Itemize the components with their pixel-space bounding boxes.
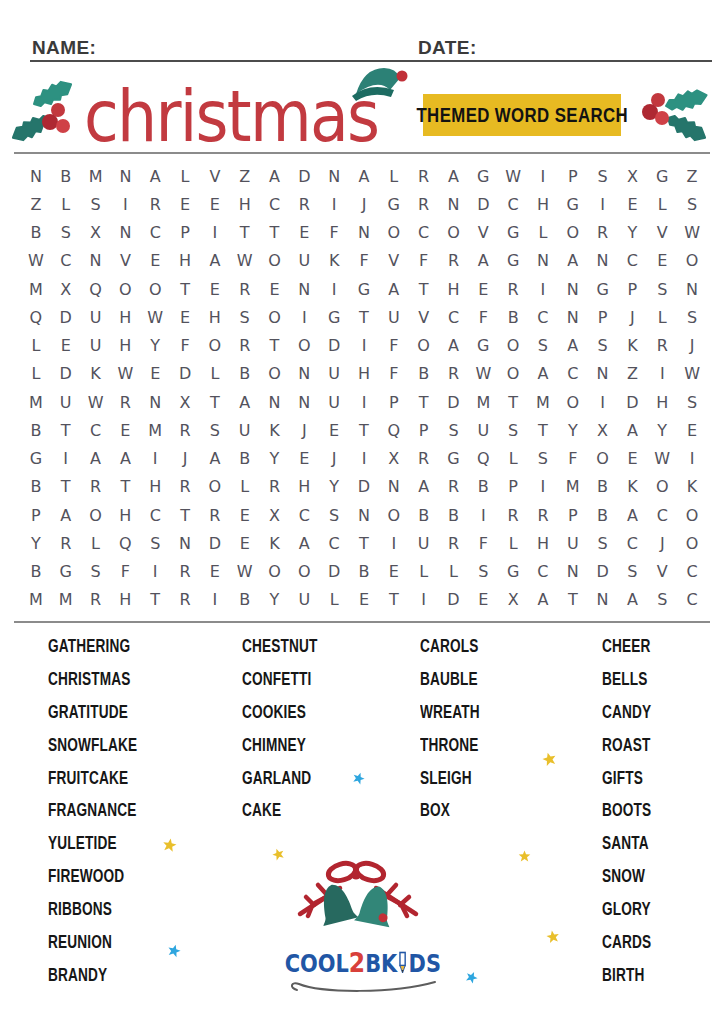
grid-cell-r9c10[interactable]: N [289, 388, 319, 416]
grid-cell-r2c13[interactable]: G [379, 190, 409, 218]
grid-cell-r8c10[interactable]: N [289, 360, 319, 388]
grid-cell-r13c7[interactable]: R [200, 501, 230, 529]
grid-cell-r11c19[interactable]: F [558, 445, 588, 473]
grid-cell-r6c2[interactable]: D [51, 303, 81, 331]
grid-cell-r8c12[interactable]: H [349, 360, 379, 388]
grid-cell-r2c23[interactable]: S [677, 190, 707, 218]
grid-cell-r6c18[interactable]: C [528, 303, 558, 331]
grid-cell-r11c18[interactable]: S [528, 445, 558, 473]
grid-cell-r12c23[interactable]: K [677, 473, 707, 501]
grid-cell-r3c23[interactable]: W [677, 219, 707, 247]
grid-cell-r13c18[interactable]: R [528, 501, 558, 529]
grid-cell-r7c6[interactable]: F [170, 332, 200, 360]
grid-cell-r5c15[interactable]: H [439, 275, 469, 303]
grid-cell-r14c9[interactable]: K [260, 529, 290, 557]
grid-cell-r16c21[interactable]: A [618, 586, 648, 614]
grid-cell-r10c23[interactable]: E [677, 416, 707, 444]
grid-cell-r4c12[interactable]: F [349, 247, 379, 275]
grid-cell-r9c7[interactable]: T [200, 388, 230, 416]
grid-cell-r15c22[interactable]: V [647, 558, 677, 586]
grid-cell-r8c22[interactable]: I [647, 360, 677, 388]
grid-cell-r8c15[interactable]: R [439, 360, 469, 388]
grid-cell-r10c1[interactable]: B [21, 416, 51, 444]
grid-cell-r6c12[interactable]: T [349, 303, 379, 331]
grid-cell-r13c6[interactable]: T [170, 501, 200, 529]
grid-cell-r13c17[interactable]: R [498, 501, 528, 529]
grid-cell-r16c20[interactable]: N [588, 586, 618, 614]
grid-cell-r15c14[interactable]: L [409, 558, 439, 586]
grid-cell-r12c2[interactable]: T [51, 473, 81, 501]
grid-cell-r12c22[interactable]: O [647, 473, 677, 501]
grid-cell-r6c23[interactable]: S [677, 303, 707, 331]
grid-cell-r1c23[interactable]: Z [677, 162, 707, 190]
grid-cell-r8c23[interactable]: W [677, 360, 707, 388]
grid-cell-r9c18[interactable]: M [528, 388, 558, 416]
grid-cell-r12c7[interactable]: O [200, 473, 230, 501]
grid-cell-r14c12[interactable]: T [349, 529, 379, 557]
grid-cell-r12c15[interactable]: R [439, 473, 469, 501]
grid-cell-r2c3[interactable]: S [81, 190, 111, 218]
grid-cell-r2c2[interactable]: L [51, 190, 81, 218]
grid-cell-r8c14[interactable]: B [409, 360, 439, 388]
grid-cell-r9c22[interactable]: H [647, 388, 677, 416]
grid-cell-r5c14[interactable]: T [409, 275, 439, 303]
grid-cell-r4c23[interactable]: O [677, 247, 707, 275]
grid-cell-r9c20[interactable]: I [588, 388, 618, 416]
grid-cell-r10c12[interactable]: T [349, 416, 379, 444]
grid-cell-r1c4[interactable]: N [110, 162, 140, 190]
grid-cell-r1c6[interactable]: L [170, 162, 200, 190]
grid-cell-r1c2[interactable]: B [51, 162, 81, 190]
grid-cell-r5c12[interactable]: G [349, 275, 379, 303]
grid-cell-r13c9[interactable]: X [260, 501, 290, 529]
grid-cell-r14c7[interactable]: D [200, 529, 230, 557]
grid-cell-r9c1[interactable]: M [21, 388, 51, 416]
grid-cell-r16c22[interactable]: S [647, 586, 677, 614]
grid-cell-r11c10[interactable]: E [289, 445, 319, 473]
grid-cell-r3c8[interactable]: T [230, 219, 260, 247]
grid-cell-r12c11[interactable]: Y [319, 473, 349, 501]
grid-cell-r2c1[interactable]: Z [21, 190, 51, 218]
grid-cell-r13c20[interactable]: B [588, 501, 618, 529]
grid-cell-r16c19[interactable]: T [558, 586, 588, 614]
grid-cell-r2c12[interactable]: J [349, 190, 379, 218]
grid-cell-r7c3[interactable]: U [81, 332, 111, 360]
grid-cell-r6c22[interactable]: L [647, 303, 677, 331]
grid-cell-r3c13[interactable]: O [379, 219, 409, 247]
grid-cell-r10c15[interactable]: S [439, 416, 469, 444]
grid-cell-r6c19[interactable]: N [558, 303, 588, 331]
grid-cell-r9c3[interactable]: W [81, 388, 111, 416]
grid-cell-r11c20[interactable]: O [588, 445, 618, 473]
grid-cell-r1c1[interactable]: N [21, 162, 51, 190]
grid-cell-r12c5[interactable]: H [140, 473, 170, 501]
grid-cell-r9c2[interactable]: U [51, 388, 81, 416]
grid-cell-r5c5[interactable]: O [140, 275, 170, 303]
grid-cell-r5c6[interactable]: T [170, 275, 200, 303]
grid-cell-r16c6[interactable]: R [170, 586, 200, 614]
grid-cell-r15c23[interactable]: C [677, 558, 707, 586]
grid-cell-r16c15[interactable]: D [439, 586, 469, 614]
grid-cell-r9c21[interactable]: D [618, 388, 648, 416]
grid-cell-r2c18[interactable]: H [528, 190, 558, 218]
grid-cell-r9c17[interactable]: T [498, 388, 528, 416]
grid-cell-r10c4[interactable]: E [110, 416, 140, 444]
grid-cell-r7c5[interactable]: Y [140, 332, 170, 360]
grid-cell-r3c14[interactable]: C [409, 219, 439, 247]
grid-cell-r11c17[interactable]: L [498, 445, 528, 473]
grid-cell-r2c4[interactable]: I [110, 190, 140, 218]
grid-cell-r16c12[interactable]: E [349, 586, 379, 614]
grid-cell-r8c18[interactable]: A [528, 360, 558, 388]
grid-cell-r1c11[interactable]: N [319, 162, 349, 190]
grid-cell-r6c20[interactable]: P [588, 303, 618, 331]
grid-cell-r1c7[interactable]: V [200, 162, 230, 190]
grid-cell-r12c12[interactable]: D [349, 473, 379, 501]
grid-cell-r14c16[interactable]: F [468, 529, 498, 557]
grid-cell-r4c2[interactable]: C [51, 247, 81, 275]
grid-cell-r16c1[interactable]: M [21, 586, 51, 614]
grid-cell-r13c10[interactable]: C [289, 501, 319, 529]
grid-cell-r15c5[interactable]: I [140, 558, 170, 586]
grid-cell-r14c17[interactable]: L [498, 529, 528, 557]
grid-cell-r13c14[interactable]: B [409, 501, 439, 529]
grid-cell-r10c20[interactable]: X [588, 416, 618, 444]
grid-cell-r4c7[interactable]: A [200, 247, 230, 275]
grid-cell-r4c1[interactable]: W [21, 247, 51, 275]
grid-cell-r3c3[interactable]: X [81, 219, 111, 247]
grid-cell-r9c9[interactable]: N [260, 388, 290, 416]
grid-cell-r10c22[interactable]: Y [647, 416, 677, 444]
grid-cell-r13c16[interactable]: I [468, 501, 498, 529]
grid-cell-r4c18[interactable]: N [528, 247, 558, 275]
grid-cell-r2c9[interactable]: C [260, 190, 290, 218]
grid-cell-r3c2[interactable]: S [51, 219, 81, 247]
grid-cell-r15c17[interactable]: G [498, 558, 528, 586]
grid-cell-r4c14[interactable]: F [409, 247, 439, 275]
grid-cell-r11c3[interactable]: A [81, 445, 111, 473]
grid-cell-r3c18[interactable]: L [528, 219, 558, 247]
grid-cell-r3c16[interactable]: V [468, 219, 498, 247]
grid-cell-r8c16[interactable]: W [468, 360, 498, 388]
grid-cell-r6c5[interactable]: W [140, 303, 170, 331]
grid-cell-r3c20[interactable]: R [588, 219, 618, 247]
grid-cell-r4c15[interactable]: R [439, 247, 469, 275]
grid-cell-r9c19[interactable]: O [558, 388, 588, 416]
grid-cell-r5c8[interactable]: R [230, 275, 260, 303]
grid-cell-r3c19[interactable]: O [558, 219, 588, 247]
grid-cell-r12c6[interactable]: R [170, 473, 200, 501]
grid-cell-r4c13[interactable]: V [379, 247, 409, 275]
grid-cell-r16c17[interactable]: X [498, 586, 528, 614]
grid-cell-r2c16[interactable]: D [468, 190, 498, 218]
grid-cell-r7c15[interactable]: A [439, 332, 469, 360]
grid-cell-r2c21[interactable]: E [618, 190, 648, 218]
grid-cell-r16c14[interactable]: I [409, 586, 439, 614]
grid-cell-r3c1[interactable]: B [21, 219, 51, 247]
grid-cell-r10c5[interactable]: M [140, 416, 170, 444]
grid-cell-r11c7[interactable]: A [200, 445, 230, 473]
grid-cell-r9c12[interactable]: I [349, 388, 379, 416]
grid-cell-r1c12[interactable]: A [349, 162, 379, 190]
grid-cell-r3c21[interactable]: Y [618, 219, 648, 247]
grid-cell-r13c1[interactable]: P [21, 501, 51, 529]
grid-cell-r2c14[interactable]: R [409, 190, 439, 218]
grid-cell-r2c10[interactable]: R [289, 190, 319, 218]
grid-cell-r15c13[interactable]: E [379, 558, 409, 586]
grid-cell-r15c19[interactable]: N [558, 558, 588, 586]
grid-cell-r16c23[interactable]: C [677, 586, 707, 614]
grid-cell-r12c18[interactable]: I [528, 473, 558, 501]
grid-cell-r15c18[interactable]: C [528, 558, 558, 586]
grid-cell-r9c16[interactable]: M [468, 388, 498, 416]
grid-cell-r15c3[interactable]: S [81, 558, 111, 586]
grid-cell-r8c5[interactable]: E [140, 360, 170, 388]
grid-cell-r4c19[interactable]: A [558, 247, 588, 275]
grid-cell-r1c21[interactable]: X [618, 162, 648, 190]
grid-cell-r10c19[interactable]: Y [558, 416, 588, 444]
grid-cell-r1c20[interactable]: S [588, 162, 618, 190]
grid-cell-r1c3[interactable]: M [81, 162, 111, 190]
grid-cell-r5c11[interactable]: I [319, 275, 349, 303]
grid-cell-r4c22[interactable]: E [647, 247, 677, 275]
grid-cell-r3c17[interactable]: G [498, 219, 528, 247]
grid-cell-r3c10[interactable]: E [289, 219, 319, 247]
grid-cell-r15c12[interactable]: B [349, 558, 379, 586]
grid-cell-r11c16[interactable]: Q [468, 445, 498, 473]
grid-cell-r10c9[interactable]: K [260, 416, 290, 444]
grid-cell-r16c5[interactable]: T [140, 586, 170, 614]
grid-cell-r15c2[interactable]: G [51, 558, 81, 586]
grid-cell-r11c5[interactable]: I [140, 445, 170, 473]
grid-cell-r11c2[interactable]: I [51, 445, 81, 473]
grid-cell-r13c5[interactable]: C [140, 501, 170, 529]
grid-cell-r16c4[interactable]: H [110, 586, 140, 614]
grid-cell-r8c17[interactable]: O [498, 360, 528, 388]
grid-cell-r1c9[interactable]: A [260, 162, 290, 190]
grid-cell-r8c2[interactable]: D [51, 360, 81, 388]
grid-cell-r5c10[interactable]: N [289, 275, 319, 303]
grid-cell-r1c18[interactable]: I [528, 162, 558, 190]
grid-cell-r5c21[interactable]: P [618, 275, 648, 303]
grid-cell-r7c16[interactable]: G [468, 332, 498, 360]
grid-cell-r6c9[interactable]: O [260, 303, 290, 331]
grid-cell-r7c10[interactable]: O [289, 332, 319, 360]
grid-cell-r14c8[interactable]: E [230, 529, 260, 557]
grid-cell-r15c15[interactable]: L [439, 558, 469, 586]
grid-cell-r8c6[interactable]: D [170, 360, 200, 388]
grid-cell-r16c10[interactable]: U [289, 586, 319, 614]
grid-cell-r5c1[interactable]: M [21, 275, 51, 303]
grid-cell-r8c4[interactable]: W [110, 360, 140, 388]
grid-cell-r10c2[interactable]: T [51, 416, 81, 444]
grid-cell-r7c23[interactable]: J [677, 332, 707, 360]
grid-cell-r15c9[interactable]: O [260, 558, 290, 586]
grid-cell-r14c13[interactable]: I [379, 529, 409, 557]
grid-cell-r9c14[interactable]: T [409, 388, 439, 416]
grid-cell-r2c11[interactable]: I [319, 190, 349, 218]
grid-cell-r13c3[interactable]: O [81, 501, 111, 529]
grid-cell-r7c22[interactable]: R [647, 332, 677, 360]
grid-cell-r3c22[interactable]: V [647, 219, 677, 247]
grid-cell-r15c11[interactable]: D [319, 558, 349, 586]
grid-cell-r15c10[interactable]: O [289, 558, 319, 586]
grid-cell-r11c4[interactable]: A [110, 445, 140, 473]
grid-cell-r6c13[interactable]: U [379, 303, 409, 331]
grid-cell-r8c20[interactable]: N [588, 360, 618, 388]
grid-cell-r15c4[interactable]: F [110, 558, 140, 586]
grid-cell-r7c14[interactable]: O [409, 332, 439, 360]
grid-cell-r10c14[interactable]: P [409, 416, 439, 444]
grid-cell-r7c2[interactable]: E [51, 332, 81, 360]
grid-cell-r12c17[interactable]: P [498, 473, 528, 501]
grid-cell-r13c11[interactable]: S [319, 501, 349, 529]
grid-cell-r7c7[interactable]: O [200, 332, 230, 360]
grid-cell-r9c11[interactable]: U [319, 388, 349, 416]
grid-cell-r10c8[interactable]: U [230, 416, 260, 444]
grid-cell-r8c1[interactable]: L [21, 360, 51, 388]
grid-cell-r2c5[interactable]: R [140, 190, 170, 218]
grid-cell-r6c8[interactable]: S [230, 303, 260, 331]
grid-cell-r8c21[interactable]: Z [618, 360, 648, 388]
grid-cell-r7c18[interactable]: S [528, 332, 558, 360]
grid-cell-r12c14[interactable]: A [409, 473, 439, 501]
grid-cell-r4c8[interactable]: W [230, 247, 260, 275]
grid-cell-r8c7[interactable]: L [200, 360, 230, 388]
grid-cell-r9c6[interactable]: X [170, 388, 200, 416]
grid-cell-r1c10[interactable]: D [289, 162, 319, 190]
grid-cell-r12c10[interactable]: H [289, 473, 319, 501]
grid-cell-r14c10[interactable]: A [289, 529, 319, 557]
grid-cell-r2c15[interactable]: N [439, 190, 469, 218]
grid-cell-r5c23[interactable]: N [677, 275, 707, 303]
grid-cell-r4c20[interactable]: N [588, 247, 618, 275]
grid-cell-r14c23[interactable]: O [677, 529, 707, 557]
grid-cell-r14c1[interactable]: Y [21, 529, 51, 557]
grid-cell-r12c16[interactable]: B [468, 473, 498, 501]
grid-cell-r7c8[interactable]: R [230, 332, 260, 360]
grid-cell-r11c14[interactable]: R [409, 445, 439, 473]
grid-cell-r10c7[interactable]: S [200, 416, 230, 444]
grid-cell-r2c20[interactable]: I [588, 190, 618, 218]
grid-cell-r12c21[interactable]: K [618, 473, 648, 501]
grid-cell-r6c16[interactable]: F [468, 303, 498, 331]
grid-cell-r14c18[interactable]: H [528, 529, 558, 557]
grid-cell-r7c19[interactable]: A [558, 332, 588, 360]
grid-cell-r9c4[interactable]: R [110, 388, 140, 416]
grid-cell-r5c16[interactable]: E [468, 275, 498, 303]
grid-cell-r8c8[interactable]: B [230, 360, 260, 388]
grid-cell-r2c6[interactable]: E [170, 190, 200, 218]
grid-cell-r15c1[interactable]: B [21, 558, 51, 586]
grid-cell-r4c10[interactable]: U [289, 247, 319, 275]
grid-cell-r6c6[interactable]: E [170, 303, 200, 331]
grid-cell-r15c16[interactable]: S [468, 558, 498, 586]
grid-cell-r4c11[interactable]: K [319, 247, 349, 275]
grid-cell-r11c9[interactable]: Y [260, 445, 290, 473]
grid-cell-r1c16[interactable]: G [468, 162, 498, 190]
grid-cell-r16c3[interactable]: R [81, 586, 111, 614]
grid-cell-r11c11[interactable]: J [319, 445, 349, 473]
grid-cell-r3c6[interactable]: P [170, 219, 200, 247]
grid-cell-r7c20[interactable]: S [588, 332, 618, 360]
grid-cell-r7c4[interactable]: H [110, 332, 140, 360]
grid-cell-r11c21[interactable]: E [618, 445, 648, 473]
grid-cell-r11c23[interactable]: I [677, 445, 707, 473]
grid-cell-r13c21[interactable]: A [618, 501, 648, 529]
grid-cell-r1c14[interactable]: R [409, 162, 439, 190]
grid-cell-r12c1[interactable]: B [21, 473, 51, 501]
grid-cell-r12c3[interactable]: R [81, 473, 111, 501]
grid-cell-r16c16[interactable]: E [468, 586, 498, 614]
grid-cell-r10c16[interactable]: U [468, 416, 498, 444]
grid-cell-r12c8[interactable]: L [230, 473, 260, 501]
grid-cell-r1c15[interactable]: A [439, 162, 469, 190]
grid-cell-r7c21[interactable]: K [618, 332, 648, 360]
grid-cell-r3c15[interactable]: O [439, 219, 469, 247]
grid-cell-r2c17[interactable]: C [498, 190, 528, 218]
grid-cell-r4c6[interactable]: H [170, 247, 200, 275]
grid-cell-r13c8[interactable]: E [230, 501, 260, 529]
grid-cell-r7c11[interactable]: D [319, 332, 349, 360]
grid-cell-r16c7[interactable]: I [200, 586, 230, 614]
grid-cell-r1c13[interactable]: L [379, 162, 409, 190]
grid-cell-r13c22[interactable]: C [647, 501, 677, 529]
grid-cell-r10c18[interactable]: T [528, 416, 558, 444]
grid-cell-r14c22[interactable]: J [647, 529, 677, 557]
grid-cell-r6c17[interactable]: B [498, 303, 528, 331]
grid-cell-r6c21[interactable]: J [618, 303, 648, 331]
grid-cell-r16c11[interactable]: L [319, 586, 349, 614]
grid-cell-r12c9[interactable]: R [260, 473, 290, 501]
grid-cell-r7c9[interactable]: T [260, 332, 290, 360]
grid-cell-r7c17[interactable]: O [498, 332, 528, 360]
grid-cell-r2c22[interactable]: L [647, 190, 677, 218]
grid-cell-r15c20[interactable]: D [588, 558, 618, 586]
grid-cell-r5c22[interactable]: S [647, 275, 677, 303]
grid-cell-r6c11[interactable]: G [319, 303, 349, 331]
grid-cell-r8c19[interactable]: C [558, 360, 588, 388]
grid-cell-r10c3[interactable]: C [81, 416, 111, 444]
grid-cell-r14c20[interactable]: S [588, 529, 618, 557]
grid-cell-r10c17[interactable]: S [498, 416, 528, 444]
grid-cell-r3c5[interactable]: C [140, 219, 170, 247]
grid-cell-r5c7[interactable]: E [200, 275, 230, 303]
grid-cell-r5c4[interactable]: O [110, 275, 140, 303]
grid-cell-r4c4[interactable]: V [110, 247, 140, 275]
grid-cell-r4c5[interactable]: E [140, 247, 170, 275]
grid-cell-r1c22[interactable]: G [647, 162, 677, 190]
grid-cell-r8c3[interactable]: K [81, 360, 111, 388]
grid-cell-r6c14[interactable]: V [409, 303, 439, 331]
grid-cell-r12c4[interactable]: T [110, 473, 140, 501]
grid-cell-r15c8[interactable]: W [230, 558, 260, 586]
grid-cell-r4c16[interactable]: A [468, 247, 498, 275]
grid-cell-r7c13[interactable]: F [379, 332, 409, 360]
grid-cell-r1c8[interactable]: Z [230, 162, 260, 190]
grid-cell-r6c15[interactable]: C [439, 303, 469, 331]
grid-cell-r1c17[interactable]: W [498, 162, 528, 190]
grid-cell-r12c20[interactable]: B [588, 473, 618, 501]
grid-cell-r13c12[interactable]: N [349, 501, 379, 529]
grid-cell-r1c19[interactable]: P [558, 162, 588, 190]
grid-cell-r16c9[interactable]: Y [260, 586, 290, 614]
grid-cell-r14c6[interactable]: N [170, 529, 200, 557]
grid-cell-r10c21[interactable]: A [618, 416, 648, 444]
grid-cell-r2c8[interactable]: H [230, 190, 260, 218]
grid-cell-r6c3[interactable]: U [81, 303, 111, 331]
grid-cell-r10c10[interactable]: J [289, 416, 319, 444]
